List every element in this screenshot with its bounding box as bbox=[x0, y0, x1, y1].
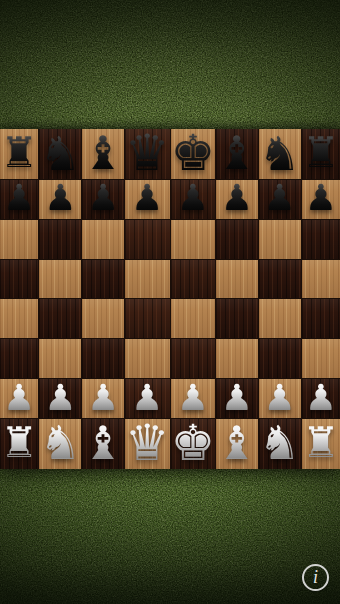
piece-black-pawn: ♟ bbox=[221, 180, 253, 216]
square-e6[interactable] bbox=[171, 220, 216, 259]
piece-white-pawn: ♟ bbox=[87, 380, 119, 416]
board: ♜♞♝♛♚♝♞♜♟♟♟♟♟♟♟♟♟♟♟♟♟♟♟♟♜♞♝♛♚♝♞♜ bbox=[0, 129, 340, 469]
square-g6[interactable] bbox=[259, 220, 301, 259]
square-b1[interactable]: ♞ bbox=[39, 419, 81, 469]
piece-white-king: ♚ bbox=[171, 418, 216, 468]
square-f1[interactable]: ♝ bbox=[216, 419, 257, 469]
square-c4[interactable] bbox=[82, 299, 123, 338]
square-a7[interactable]: ♟ bbox=[0, 180, 38, 219]
square-a8[interactable]: ♜ bbox=[0, 129, 38, 179]
square-d8[interactable]: ♛ bbox=[125, 129, 170, 179]
square-b7[interactable]: ♟ bbox=[39, 180, 81, 219]
piece-black-knight: ♞ bbox=[259, 130, 301, 177]
square-h7[interactable]: ♟ bbox=[302, 180, 340, 219]
app-window: ♜♞♝♛♚♝♞♜♟♟♟♟♟♟♟♟♟♟♟♟♟♟♟♟♜♞♝♛♚♝♞♜ i bbox=[0, 0, 340, 604]
square-a6[interactable] bbox=[0, 220, 38, 259]
square-f5[interactable] bbox=[216, 260, 257, 299]
square-h3[interactable] bbox=[302, 339, 340, 378]
piece-white-pawn: ♟ bbox=[264, 380, 296, 416]
square-f8[interactable]: ♝ bbox=[216, 129, 257, 179]
square-c3[interactable] bbox=[82, 339, 123, 378]
piece-white-queen: ♛ bbox=[125, 418, 170, 468]
square-a2[interactable]: ♟ bbox=[0, 379, 38, 418]
square-d2[interactable]: ♟ bbox=[125, 379, 170, 418]
square-g7[interactable]: ♟ bbox=[259, 180, 301, 219]
square-f3[interactable] bbox=[216, 339, 257, 378]
piece-white-bishop: ♝ bbox=[216, 420, 257, 466]
square-d6[interactable] bbox=[125, 220, 170, 259]
piece-black-rook: ♜ bbox=[302, 132, 340, 174]
square-b6[interactable] bbox=[39, 220, 81, 259]
piece-white-pawn: ♟ bbox=[44, 380, 76, 416]
piece-black-pawn: ♟ bbox=[44, 180, 76, 216]
piece-white-knight: ♞ bbox=[39, 419, 81, 466]
piece-white-pawn: ♟ bbox=[177, 380, 209, 416]
piece-white-rook: ♜ bbox=[302, 422, 340, 464]
square-e5[interactable] bbox=[171, 260, 216, 299]
square-f7[interactable]: ♟ bbox=[216, 180, 257, 219]
info-icon: i bbox=[313, 568, 318, 586]
square-b4[interactable] bbox=[39, 299, 81, 338]
square-b2[interactable]: ♟ bbox=[39, 379, 81, 418]
piece-black-pawn: ♟ bbox=[305, 180, 337, 216]
piece-black-knight: ♞ bbox=[39, 130, 81, 177]
square-e7[interactable]: ♟ bbox=[171, 180, 216, 219]
piece-black-bishop: ♝ bbox=[82, 130, 123, 176]
square-a5[interactable] bbox=[0, 260, 38, 299]
square-g2[interactable]: ♟ bbox=[259, 379, 301, 418]
square-c2[interactable]: ♟ bbox=[82, 379, 123, 418]
square-c5[interactable] bbox=[82, 260, 123, 299]
piece-black-pawn: ♟ bbox=[87, 180, 119, 216]
square-f6[interactable] bbox=[216, 220, 257, 259]
piece-white-pawn: ♟ bbox=[131, 380, 163, 416]
piece-white-knight: ♞ bbox=[259, 419, 301, 466]
piece-black-bishop: ♝ bbox=[216, 130, 257, 176]
square-a4[interactable] bbox=[0, 299, 38, 338]
info-button[interactable]: i bbox=[302, 564, 329, 591]
square-h5[interactable] bbox=[302, 260, 340, 299]
piece-white-pawn: ♟ bbox=[305, 380, 337, 416]
piece-black-queen: ♛ bbox=[125, 128, 170, 178]
piece-white-pawn: ♟ bbox=[3, 380, 35, 416]
square-h6[interactable] bbox=[302, 220, 340, 259]
piece-white-rook: ♜ bbox=[0, 422, 38, 464]
square-b8[interactable]: ♞ bbox=[39, 129, 81, 179]
square-h8[interactable]: ♜ bbox=[302, 129, 340, 179]
square-g8[interactable]: ♞ bbox=[259, 129, 301, 179]
square-c6[interactable] bbox=[82, 220, 123, 259]
square-d4[interactable] bbox=[125, 299, 170, 338]
square-d5[interactable] bbox=[125, 260, 170, 299]
square-d1[interactable]: ♛ bbox=[125, 419, 170, 469]
square-h4[interactable] bbox=[302, 299, 340, 338]
piece-black-rook: ♜ bbox=[0, 132, 38, 174]
square-f4[interactable] bbox=[216, 299, 257, 338]
square-c7[interactable]: ♟ bbox=[82, 180, 123, 219]
square-a1[interactable]: ♜ bbox=[0, 419, 38, 469]
square-e1[interactable]: ♚ bbox=[171, 419, 216, 469]
square-c1[interactable]: ♝ bbox=[82, 419, 123, 469]
square-f2[interactable]: ♟ bbox=[216, 379, 257, 418]
square-g4[interactable] bbox=[259, 299, 301, 338]
square-g1[interactable]: ♞ bbox=[259, 419, 301, 469]
square-e2[interactable]: ♟ bbox=[171, 379, 216, 418]
square-c8[interactable]: ♝ bbox=[82, 129, 123, 179]
piece-white-pawn: ♟ bbox=[221, 380, 253, 416]
square-g3[interactable] bbox=[259, 339, 301, 378]
square-e8[interactable]: ♚ bbox=[171, 129, 216, 179]
square-g5[interactable] bbox=[259, 260, 301, 299]
square-e4[interactable] bbox=[171, 299, 216, 338]
square-b5[interactable] bbox=[39, 260, 81, 299]
square-h2[interactable]: ♟ bbox=[302, 379, 340, 418]
piece-black-pawn: ♟ bbox=[131, 180, 163, 216]
square-a3[interactable] bbox=[0, 339, 38, 378]
square-d7[interactable]: ♟ bbox=[125, 180, 170, 219]
piece-black-pawn: ♟ bbox=[264, 180, 296, 216]
piece-black-king: ♚ bbox=[171, 128, 216, 178]
square-b3[interactable] bbox=[39, 339, 81, 378]
piece-black-pawn: ♟ bbox=[177, 180, 209, 216]
square-h1[interactable]: ♜ bbox=[302, 419, 340, 469]
square-e3[interactable] bbox=[171, 339, 216, 378]
piece-white-bishop: ♝ bbox=[82, 420, 123, 466]
square-d3[interactable] bbox=[125, 339, 170, 378]
piece-black-pawn: ♟ bbox=[3, 180, 35, 216]
